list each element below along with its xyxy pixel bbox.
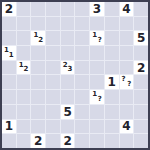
empty-cell-r9c1[interactable] (17, 134, 31, 148)
clue-cell-r8c8: 4 (120, 120, 134, 134)
empty-cell-r8c6[interactable] (90, 120, 104, 134)
empty-cell-r2c4[interactable] (61, 31, 75, 45)
empty-cell-r6c5[interactable] (75, 90, 89, 104)
empty-cell-r8c9[interactable] (134, 120, 148, 134)
clue-number: ? (122, 76, 126, 83)
empty-cell-r7c9[interactable] (134, 105, 148, 119)
empty-cell-r1c6[interactable] (90, 17, 104, 31)
empty-cell-r0c5[interactable] (75, 2, 89, 16)
empty-cell-r4c3[interactable] (46, 61, 60, 75)
clue-cell-r8c0: 1 (2, 120, 16, 134)
empty-cell-r3c9[interactable] (134, 46, 148, 60)
clue-number: 1 (2, 120, 16, 134)
empty-cell-r0c4[interactable] (61, 2, 75, 16)
empty-cell-r7c6[interactable] (90, 105, 104, 119)
empty-cell-r7c2[interactable] (31, 105, 45, 119)
empty-cell-r6c3[interactable] (46, 90, 60, 104)
empty-cell-r3c1[interactable] (17, 46, 31, 60)
empty-cell-r1c4[interactable] (61, 17, 75, 31)
empty-cell-r1c2[interactable] (31, 17, 45, 31)
empty-cell-r9c0[interactable] (2, 134, 16, 148)
clue-cell-r4c1: 12 (17, 61, 31, 75)
empty-cell-r3c5[interactable] (75, 46, 89, 60)
clue-cell-r2c9: 5 (134, 31, 148, 45)
clue-number: 4 (120, 120, 134, 134)
empty-cell-r5c1[interactable] (17, 75, 31, 89)
empty-cell-r3c4[interactable] (61, 46, 75, 60)
clue-number: 2 (31, 134, 45, 148)
clue-cell-r2c2: 12 (31, 31, 45, 45)
empty-cell-r6c2[interactable] (31, 90, 45, 104)
clue-number: 1 (92, 91, 97, 98)
clue-number: 1 (92, 32, 97, 39)
empty-cell-r2c3[interactable] (46, 31, 60, 45)
clue-cell-r0c0: 2 (2, 2, 16, 16)
clue-cell-r0c6: 3 (90, 2, 104, 16)
clue-cell-r7c4: 5 (61, 105, 75, 119)
empty-cell-r7c1[interactable] (17, 105, 31, 119)
clue-number: ? (98, 96, 102, 103)
empty-cell-r4c8[interactable] (120, 61, 134, 75)
clue-number: ? (127, 81, 131, 88)
clue-cell-r5c8: ?? (120, 75, 134, 89)
clue-number: 4 (120, 2, 134, 16)
empty-cell-r9c8[interactable] (120, 134, 134, 148)
empty-cell-r5c0[interactable] (2, 75, 16, 89)
clue-number: ? (98, 37, 102, 44)
empty-cell-r2c1[interactable] (17, 31, 31, 45)
empty-cell-r6c4[interactable] (61, 90, 75, 104)
clue-cell-r6c6: 1? (90, 90, 104, 104)
empty-cell-r8c3[interactable] (46, 120, 60, 134)
clue-number: 1 (105, 75, 119, 89)
empty-cell-r6c7[interactable] (105, 90, 119, 104)
empty-cell-r8c7[interactable] (105, 120, 119, 134)
empty-cell-r7c5[interactable] (75, 105, 89, 119)
empty-cell-r9c6[interactable] (90, 134, 104, 148)
empty-cell-r3c3[interactable] (46, 46, 60, 60)
empty-cell-r4c2[interactable] (31, 61, 45, 75)
clue-number: 2 (24, 66, 29, 73)
empty-cell-r7c0[interactable] (2, 105, 16, 119)
empty-cell-r1c9[interactable] (134, 17, 148, 31)
empty-cell-r5c6[interactable] (90, 75, 104, 89)
clue-number: 3 (68, 66, 73, 73)
empty-cell-r0c2[interactable] (31, 2, 45, 16)
empty-cell-r1c7[interactable] (105, 17, 119, 31)
empty-cell-r9c7[interactable] (105, 134, 119, 148)
empty-cell-r4c6[interactable] (90, 61, 104, 75)
clue-number: 2 (2, 2, 16, 16)
clue-cell-r3c0: 11 (2, 46, 16, 60)
empty-cell-r1c3[interactable] (46, 17, 60, 31)
clue-number: 3 (90, 2, 104, 16)
empty-cell-r2c0[interactable] (2, 31, 16, 45)
empty-cell-r2c5[interactable] (75, 31, 89, 45)
empty-cell-r3c8[interactable] (120, 46, 134, 60)
clue-number: 2 (134, 61, 148, 75)
empty-cell-r1c0[interactable] (2, 17, 16, 31)
tapa-board: 234121?511122321??1?51422 (0, 0, 150, 150)
empty-cell-r3c6[interactable] (90, 46, 104, 60)
empty-cell-r5c9[interactable] (134, 75, 148, 89)
empty-cell-r6c8[interactable] (120, 90, 134, 104)
empty-cell-r5c5[interactable] (75, 75, 89, 89)
empty-cell-r8c5[interactable] (75, 120, 89, 134)
clue-number: 1 (9, 52, 14, 59)
empty-cell-r8c1[interactable] (17, 120, 31, 134)
clue-cell-r4c9: 2 (134, 61, 148, 75)
empty-cell-r6c0[interactable] (2, 90, 16, 104)
clue-cell-r2c6: 1? (90, 31, 104, 45)
empty-cell-r9c3[interactable] (46, 134, 60, 148)
empty-cell-r7c7[interactable] (105, 105, 119, 119)
empty-cell-r5c4[interactable] (61, 75, 75, 89)
empty-cell-r8c2[interactable] (31, 120, 45, 134)
clue-cell-r9c2: 2 (31, 134, 45, 148)
clue-number: 5 (134, 31, 148, 45)
empty-cell-r4c5[interactable] (75, 61, 89, 75)
clue-number: 2 (61, 134, 75, 148)
empty-cell-r4c7[interactable] (105, 61, 119, 75)
empty-cell-r7c3[interactable] (46, 105, 60, 119)
empty-cell-r1c1[interactable] (17, 17, 31, 31)
empty-cell-r2c7[interactable] (105, 31, 119, 45)
empty-cell-r1c5[interactable] (75, 17, 89, 31)
clue-number: 2 (38, 37, 43, 44)
empty-cell-r8c4[interactable] (61, 120, 75, 134)
empty-cell-r6c9[interactable] (134, 90, 148, 104)
empty-cell-r0c7[interactable] (105, 2, 119, 16)
empty-cell-r6c1[interactable] (17, 90, 31, 104)
empty-cell-r2c8[interactable] (120, 31, 134, 45)
clue-cell-r5c7: 1 (105, 75, 119, 89)
empty-cell-r9c9[interactable] (134, 134, 148, 148)
empty-cell-r1c8[interactable] (120, 17, 134, 31)
empty-cell-r7c8[interactable] (120, 105, 134, 119)
empty-cell-r4c0[interactable] (2, 61, 16, 75)
empty-cell-r3c2[interactable] (31, 46, 45, 60)
clue-cell-r9c4: 2 (61, 134, 75, 148)
empty-cell-r3c7[interactable] (105, 46, 119, 60)
empty-cell-r9c5[interactable] (75, 134, 89, 148)
empty-cell-r0c1[interactable] (17, 2, 31, 16)
clue-number: 5 (61, 105, 75, 119)
clue-cell-r0c8: 4 (120, 2, 134, 16)
empty-cell-r5c2[interactable] (31, 75, 45, 89)
empty-cell-r0c3[interactable] (46, 2, 60, 16)
clue-cell-r4c4: 23 (61, 61, 75, 75)
empty-cell-r0c9[interactable] (134, 2, 148, 16)
empty-cell-r5c3[interactable] (46, 75, 60, 89)
